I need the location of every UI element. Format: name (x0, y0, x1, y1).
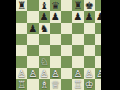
square-d2[interactable]: ♙ (50, 68, 61, 79)
square-g8[interactable]: ♚ (84, 0, 95, 11)
square-b1[interactable] (27, 79, 38, 90)
square-d8[interactable]: ♛ (50, 0, 61, 11)
square-b7[interactable] (27, 11, 38, 22)
square-d4[interactable] (50, 45, 61, 56)
square-e5[interactable] (61, 34, 72, 45)
piece-white-pawn[interactable]: ♙ (28, 67, 37, 78)
square-e7[interactable] (61, 11, 72, 22)
square-a6[interactable] (16, 23, 27, 34)
piece-white-king[interactable]: ♔ (85, 78, 94, 89)
square-c6[interactable]: ♞ (39, 23, 50, 34)
square-b6[interactable]: ♟ (27, 23, 38, 34)
piece-black-pawn[interactable]: ♟ (40, 11, 49, 22)
square-a1[interactable]: ♖ (16, 79, 27, 90)
square-b8[interactable] (27, 0, 38, 11)
square-c7[interactable]: ♟ (39, 11, 50, 22)
square-a2[interactable]: ♙ (16, 68, 27, 79)
chess-board[interactable]: ♜♝♛♜♚♟♟♟♟♟♟♞♘♙♙♙♙♙♙♙♖♗♕♖♔ (16, 0, 106, 90)
piece-white-rook[interactable]: ♖ (73, 78, 82, 89)
square-a3[interactable] (16, 56, 27, 67)
piece-black-king[interactable]: ♚ (85, 0, 94, 11)
square-b5[interactable] (27, 34, 38, 45)
square-f7[interactable]: ♟ (72, 11, 83, 22)
square-f4[interactable] (72, 45, 83, 56)
square-e2[interactable] (61, 68, 72, 79)
piece-black-bishop[interactable]: ♝ (40, 0, 49, 11)
square-g2[interactable]: ♙ (84, 68, 95, 79)
piece-white-bishop[interactable]: ♗ (40, 78, 49, 89)
square-g7[interactable]: ♟ (84, 11, 95, 22)
square-g3[interactable] (84, 56, 95, 67)
piece-black-pawn[interactable]: ♟ (85, 11, 94, 22)
square-g4[interactable] (84, 45, 95, 56)
piece-black-rook[interactable]: ♜ (73, 0, 82, 11)
square-d1[interactable]: ♕ (50, 79, 61, 90)
square-f6[interactable] (72, 23, 83, 34)
square-e8[interactable] (61, 0, 72, 11)
square-a4[interactable] (16, 45, 27, 56)
square-b3[interactable] (27, 56, 38, 67)
square-d3[interactable] (50, 56, 61, 67)
square-b2[interactable]: ♙ (27, 68, 38, 79)
piece-black-queen[interactable]: ♛ (51, 0, 60, 11)
piece-white-pawn[interactable]: ♙ (40, 67, 49, 78)
square-c8[interactable]: ♝ (39, 0, 50, 11)
piece-black-pawn[interactable]: ♟ (73, 11, 82, 22)
piece-white-knight[interactable]: ♘ (40, 56, 49, 67)
piece-white-queen[interactable]: ♕ (51, 78, 60, 89)
piece-black-knight[interactable]: ♞ (40, 22, 49, 33)
square-f3[interactable] (72, 56, 83, 67)
square-g6[interactable] (84, 23, 95, 34)
square-d6[interactable] (50, 23, 61, 34)
piece-white-rook[interactable]: ♖ (17, 78, 26, 89)
piece-black-rook[interactable]: ♜ (17, 0, 26, 11)
square-a7[interactable] (16, 11, 27, 22)
letterbox-left (0, 0, 16, 90)
square-c4[interactable] (39, 45, 50, 56)
square-g1[interactable]: ♔ (84, 79, 95, 90)
letterbox-right (101, 0, 120, 90)
square-g5[interactable] (84, 34, 95, 45)
square-f5[interactable] (72, 34, 83, 45)
square-d5[interactable] (50, 34, 61, 45)
square-f8[interactable]: ♜ (72, 0, 83, 11)
piece-black-pawn[interactable]: ♟ (28, 22, 37, 33)
square-c5[interactable] (39, 34, 50, 45)
square-c3[interactable]: ♘ (39, 56, 50, 67)
square-c2[interactable]: ♙ (39, 68, 50, 79)
square-e3[interactable] (61, 56, 72, 67)
square-f1[interactable]: ♖ (72, 79, 83, 90)
square-d7[interactable]: ♟ (50, 11, 61, 22)
square-a8[interactable]: ♜ (16, 0, 27, 11)
piece-white-pawn[interactable]: ♙ (73, 67, 82, 78)
square-f2[interactable]: ♙ (72, 68, 83, 79)
square-e6[interactable] (61, 23, 72, 34)
square-e4[interactable] (61, 45, 72, 56)
square-b4[interactable] (27, 45, 38, 56)
piece-white-pawn[interactable]: ♙ (17, 67, 26, 78)
square-e1[interactable] (61, 79, 72, 90)
square-c1[interactable]: ♗ (39, 79, 50, 90)
piece-white-pawn[interactable]: ♙ (85, 67, 94, 78)
piece-white-pawn[interactable]: ♙ (51, 67, 60, 78)
square-a5[interactable] (16, 34, 27, 45)
piece-black-pawn[interactable]: ♟ (51, 11, 60, 22)
